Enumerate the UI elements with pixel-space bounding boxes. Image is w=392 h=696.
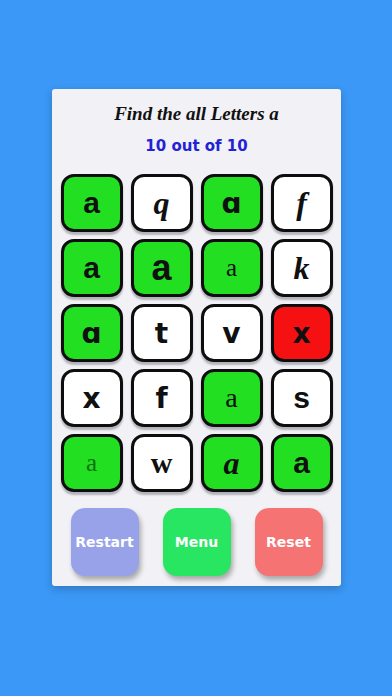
letter-tile-r3c2[interactable]: t: [131, 304, 193, 362]
letter-tile-r2c3[interactable]: a: [201, 239, 263, 297]
letter-tile-r3c1[interactable]: ɑ: [61, 304, 123, 362]
letter-tile-r4c2[interactable]: f: [131, 369, 193, 427]
letter-tile-r4c3[interactable]: a: [201, 369, 263, 427]
reset-button[interactable]: Reset: [255, 508, 323, 576]
letter-tile-r4c1[interactable]: x: [61, 369, 123, 427]
letter-tile-r1c3[interactable]: ɑ: [201, 174, 263, 232]
letter-tile-r1c1[interactable]: a: [61, 174, 123, 232]
progress-counter: 10 out of 10: [52, 137, 341, 155]
menu-button[interactable]: Menu: [163, 508, 231, 576]
letter-tile-r1c2[interactable]: q: [131, 174, 193, 232]
letter-tile-r2c2[interactable]: a: [131, 239, 193, 297]
letter-tile-r5c1[interactable]: a: [61, 434, 123, 492]
letter-tile-r2c1[interactable]: a: [61, 239, 123, 297]
letter-tile-r5c3[interactable]: a: [201, 434, 263, 492]
letter-tile-r4c4[interactable]: s: [271, 369, 333, 427]
letter-grid: a q ɑ f a a a k ɑ t v x x f a s a w a a: [61, 174, 333, 492]
game-card: Find the all Letters a 10 out of 10 a q …: [52, 89, 341, 586]
letter-tile-r5c4[interactable]: a: [271, 434, 333, 492]
page-title: Find the all Letters a: [52, 103, 341, 125]
letter-tile-r1c4[interactable]: f: [271, 174, 333, 232]
app-background: { "game": "find-the-letter", "title": "F…: [0, 0, 392, 696]
button-row: Restart Menu Reset: [71, 508, 323, 576]
restart-button[interactable]: Restart: [71, 508, 139, 576]
letter-tile-r3c3[interactable]: v: [201, 304, 263, 362]
letter-tile-r2c4[interactable]: k: [271, 239, 333, 297]
letter-tile-r3c4[interactable]: x: [271, 304, 333, 362]
letter-tile-r5c2[interactable]: w: [131, 434, 193, 492]
